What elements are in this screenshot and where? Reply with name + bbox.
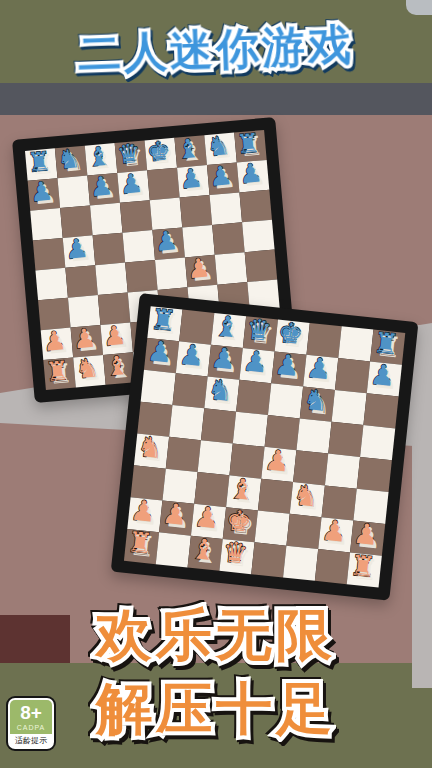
square-e1: [251, 542, 286, 577]
blue-king: ♚: [142, 135, 175, 168]
orange-pawn: ♟: [183, 252, 216, 285]
square-h1: ♜: [347, 552, 382, 587]
square-a4: ♞: [134, 433, 169, 468]
square-f4: ♟: [185, 255, 218, 288]
orange-knight: ♞: [71, 352, 104, 385]
blue-pawn: ♟: [205, 160, 238, 193]
blue-pawn: ♟: [301, 352, 336, 387]
blue-rook: ♜: [146, 303, 181, 338]
orange-queen: ♛: [218, 536, 253, 571]
orange-pawn: ♟: [38, 325, 71, 358]
orange-bishop: ♝: [224, 472, 259, 507]
blue-pawn: ♟: [365, 358, 400, 393]
square-d6: [236, 380, 271, 415]
orange-rook: ♜: [41, 355, 74, 388]
orange-rook: ♜: [345, 549, 380, 584]
age-rating-caption: 适龄提示: [10, 734, 52, 747]
square-g4: [215, 252, 248, 285]
blue-pawn: ♟: [270, 348, 305, 383]
square-h4: [357, 457, 392, 492]
square-g6: [332, 390, 367, 425]
tagline-line-1: 欢乐无限: [0, 598, 432, 672]
orange-knight: ♞: [132, 430, 167, 465]
orange-pawn: ♟: [68, 322, 101, 355]
square-d7: ♟: [117, 170, 150, 203]
blue-pawn: ♟: [206, 342, 241, 377]
blue-knight: ♞: [298, 383, 333, 418]
orange-pawn: ♟: [98, 320, 131, 353]
chess-board-2-grid: ♜♝♛♚♜♟♟♟♟♟♟♟♞♞♞♟♝♞♟♟♟♚♟♟♜♝♛♜: [124, 306, 405, 587]
square-a6: [141, 370, 176, 405]
orange-pawn: ♟: [260, 444, 295, 479]
square-c6: ♞: [204, 377, 239, 412]
square-e4: ♟: [261, 447, 296, 482]
blue-knight: ♞: [53, 143, 86, 176]
blue-queen: ♛: [112, 138, 145, 171]
age-rating-badge: 8+ CADPA 适龄提示: [6, 696, 56, 751]
square-f5: [296, 418, 331, 453]
square-f6: [180, 195, 213, 228]
blue-queen: ♛: [241, 313, 276, 348]
square-d4: [125, 260, 158, 293]
square-h5: [360, 425, 395, 460]
age-rating-authority: CADPA: [10, 723, 52, 732]
blue-rook: ♜: [232, 127, 265, 160]
blue-king: ♚: [273, 316, 308, 351]
blue-knight: ♞: [202, 130, 235, 163]
blue-bishop: ♝: [209, 310, 244, 345]
square-h4: [245, 250, 278, 283]
square-e5: ♟: [152, 227, 185, 260]
square-g4: [325, 454, 360, 489]
square-a4: [35, 268, 68, 301]
orange-pawn: ♟: [189, 501, 224, 536]
orange-bishop: ♝: [101, 349, 134, 382]
square-h7: ♟: [367, 361, 402, 396]
square-g5: [212, 222, 245, 255]
square-e2: [255, 511, 290, 546]
square-c5: [201, 408, 236, 443]
square-g5: [328, 422, 363, 457]
orange-bishop: ♝: [186, 532, 221, 567]
blue-pawn: ♟: [175, 162, 208, 195]
orange-knight: ♞: [288, 479, 323, 514]
blue-pawn: ♟: [174, 338, 209, 373]
blue-pawn: ♟: [142, 335, 177, 370]
square-g6: [210, 192, 243, 225]
square-d5: [233, 412, 268, 447]
square-d1: ♛: [219, 539, 254, 574]
square-f6: ♞: [300, 387, 335, 422]
chess-board-2[interactable]: ♜♝♛♚♜♟♟♟♟♟♟♟♞♞♞♟♝♞♟♟♟♚♟♟♜♝♛♜: [111, 293, 419, 601]
square-c6: [90, 203, 123, 236]
orange-pawn: ♟: [126, 494, 161, 529]
square-a6: [30, 208, 63, 241]
blue-pawn: ♟: [85, 170, 118, 203]
blue-pawn: ♟: [235, 157, 268, 190]
blue-pawn: ♟: [25, 175, 58, 208]
square-c4: [198, 440, 233, 475]
blue-pawn: ♟: [60, 233, 93, 266]
square-c4: [95, 263, 128, 296]
blue-pawn: ♟: [150, 225, 183, 258]
square-a7: ♟: [28, 178, 61, 211]
blue-pawn: ♟: [238, 345, 273, 380]
square-h6: [239, 190, 272, 223]
orange-king: ♚: [221, 504, 256, 539]
square-h5: [242, 220, 275, 253]
age-rating-value: 8+: [10, 703, 52, 723]
square-f1: [283, 546, 318, 581]
square-b4: [65, 265, 98, 298]
blue-rook: ♜: [23, 145, 56, 178]
orange-pawn: ♟: [317, 514, 352, 549]
square-b5: ♟: [63, 235, 96, 268]
square-b4: [166, 437, 201, 472]
orange-pawn: ♟: [157, 497, 192, 532]
age-rating-inner: 8+ CADPA 适龄提示: [8, 698, 54, 749]
blue-bishop: ♝: [83, 140, 116, 173]
blue-knight: ♞: [203, 373, 238, 408]
orange-pawn: ♟: [348, 517, 383, 552]
square-b5: [169, 405, 204, 440]
blue-pawn: ♟: [115, 168, 148, 201]
tagline: 欢乐无限 解压十足: [0, 598, 432, 746]
square-f3: ♞: [290, 482, 325, 517]
square-h7: ♟: [237, 160, 270, 193]
square-d6: [120, 200, 153, 233]
blue-rook: ♜: [368, 326, 403, 361]
square-h6: [363, 393, 398, 428]
orange-rook: ♜: [122, 526, 157, 561]
square-c5: [93, 233, 126, 266]
tagline-line-2: 解压十足: [0, 672, 432, 746]
age-rating-green-panel: 8+ CADPA: [10, 700, 52, 734]
blue-bishop: ♝: [172, 132, 205, 165]
square-a1: ♜: [124, 529, 159, 564]
